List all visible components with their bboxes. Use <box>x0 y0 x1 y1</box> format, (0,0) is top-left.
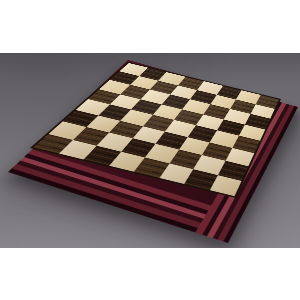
white-matte-bottom <box>0 248 300 300</box>
white-matte-top <box>0 0 300 53</box>
photo-scene <box>0 53 300 248</box>
product-photo-page <box>0 0 300 300</box>
photo-backdrop <box>0 53 300 248</box>
